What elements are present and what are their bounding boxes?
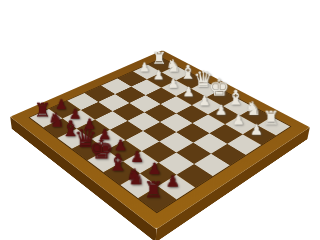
square-h8[interactable]: ♜	[138, 186, 176, 212]
square-h2[interactable]: ♟	[243, 125, 276, 145]
board-squares: ♜♞♝♛♚♝♞♜♟♟♟♟♟♟♟♟♟♟♟♟♟♟♟♟♜♞♝♛♚♝♞♜	[30, 58, 290, 212]
chess-board[interactable]: ♜♞♝♛♚♝♞♜♟♟♟♟♟♟♟♟♟♟♟♟♟♟♟♟♜♞♝♛♚♝♞♜	[10, 50, 310, 229]
black-rook-h8[interactable]: ♜	[140, 179, 167, 201]
white-pawn-h2[interactable]: ♟	[245, 122, 269, 136]
render-canvas: ♜♞♝♛♚♝♞♜♟♟♟♟♟♟♟♟♟♟♟♟♟♟♟♟♜♞♝♛♚♝♞♜	[0, 0, 320, 240]
